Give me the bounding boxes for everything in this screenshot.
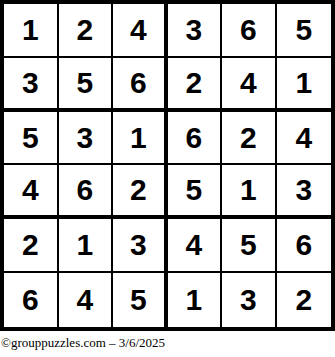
cell-r3c3[interactable]: 1: [113, 112, 168, 166]
cell-r5c5[interactable]: 5: [222, 219, 277, 273]
cell-r1c1[interactable]: 1: [4, 4, 59, 58]
cell-r3c4[interactable]: 6: [168, 112, 223, 166]
cell-r4c5[interactable]: 1: [222, 165, 277, 219]
cell-r4c2[interactable]: 6: [59, 165, 114, 219]
cell-r3c6[interactable]: 4: [277, 112, 332, 166]
cell-r2c2[interactable]: 5: [59, 58, 114, 112]
cell-r6c4[interactable]: 1: [168, 273, 223, 327]
cell-r4c4[interactable]: 5: [168, 165, 223, 219]
cell-r4c3[interactable]: 2: [113, 165, 168, 219]
cell-r6c5[interactable]: 3: [222, 273, 277, 327]
cell-r4c6[interactable]: 3: [277, 165, 332, 219]
copyright-credit: ©grouppuzzles.com – 3/6/2025: [1, 335, 335, 351]
cell-r3c5[interactable]: 2: [222, 112, 277, 166]
cell-r5c6[interactable]: 6: [277, 219, 332, 273]
cell-r5c1[interactable]: 2: [4, 219, 59, 273]
cell-r1c4[interactable]: 3: [168, 4, 223, 58]
cell-r2c6[interactable]: 1: [277, 58, 332, 112]
cell-r2c4[interactable]: 2: [168, 58, 223, 112]
cell-r4c1[interactable]: 4: [4, 165, 59, 219]
cell-r1c3[interactable]: 4: [113, 4, 168, 58]
sudoku-board: 124365356241531624462513213456645132: [0, 0, 335, 331]
cell-r3c1[interactable]: 5: [4, 112, 59, 166]
cell-r2c1[interactable]: 3: [4, 58, 59, 112]
cell-r6c3[interactable]: 5: [113, 273, 168, 327]
cell-r6c1[interactable]: 6: [4, 273, 59, 327]
cell-r1c5[interactable]: 6: [222, 4, 277, 58]
cell-r5c2[interactable]: 1: [59, 219, 114, 273]
cell-r6c2[interactable]: 4: [59, 273, 114, 327]
cell-r5c3[interactable]: 3: [113, 219, 168, 273]
cell-r1c2[interactable]: 2: [59, 4, 114, 58]
cell-r6c6[interactable]: 2: [277, 273, 332, 327]
cell-r2c5[interactable]: 4: [222, 58, 277, 112]
cell-r2c3[interactable]: 6: [113, 58, 168, 112]
cell-r1c6[interactable]: 5: [277, 4, 332, 58]
cell-r3c2[interactable]: 3: [59, 112, 114, 166]
cell-r5c4[interactable]: 4: [168, 219, 223, 273]
